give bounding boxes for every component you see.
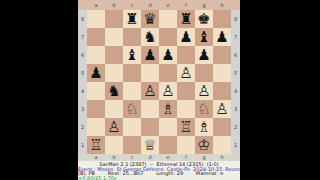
rank-label-6: 6 bbox=[231, 46, 240, 64]
square-f7: ♟ bbox=[177, 28, 195, 46]
piece-white-pawn: ♙ bbox=[105, 118, 123, 136]
square-b5 bbox=[105, 64, 123, 82]
rank-label-8: 8 bbox=[231, 10, 240, 28]
rank-label-1: 1 bbox=[78, 136, 87, 154]
piece-black-pawn: ♟ bbox=[87, 64, 105, 82]
rank-label-5: 5 bbox=[231, 64, 240, 82]
rank-label-4: 4 bbox=[78, 82, 87, 100]
square-b6 bbox=[105, 46, 123, 64]
square-f6 bbox=[177, 46, 195, 64]
rank-label-8: 8 bbox=[78, 10, 87, 28]
rank-label-1: 1 bbox=[231, 136, 240, 154]
square-d6: ♟ bbox=[141, 46, 159, 64]
square-g8: ♚ bbox=[195, 10, 213, 28]
square-f4 bbox=[177, 82, 195, 100]
square-c1 bbox=[123, 136, 141, 154]
file-label-d: d bbox=[141, 0, 159, 10]
rank-labels-left: 87654321 bbox=[78, 10, 87, 154]
square-a7 bbox=[87, 28, 105, 46]
square-g1: ♔ bbox=[195, 136, 213, 154]
square-b3 bbox=[105, 100, 123, 118]
rank-label-2: 2 bbox=[78, 118, 87, 136]
file-label-g: g bbox=[195, 154, 213, 161]
square-e7 bbox=[159, 28, 177, 46]
piece-white-pawn: ♙ bbox=[177, 64, 195, 82]
pillarbox-left bbox=[0, 0, 78, 180]
piece-white-rook: ♖ bbox=[87, 136, 105, 154]
piece-white-rook: ♖ bbox=[177, 118, 195, 136]
file-label-e: e bbox=[159, 0, 177, 10]
square-a2 bbox=[87, 118, 105, 136]
file-label-a: a bbox=[87, 154, 105, 161]
square-f5: ♙ bbox=[177, 64, 195, 82]
piece-white-knight: ♘ bbox=[195, 100, 213, 118]
piece-black-pawn: ♟ bbox=[159, 46, 177, 64]
file-label-c: c bbox=[123, 0, 141, 10]
piece-black-rook: ♜ bbox=[177, 10, 195, 28]
piece-black-pawn: ♟ bbox=[195, 46, 213, 64]
square-a6 bbox=[87, 46, 105, 64]
square-b1 bbox=[105, 136, 123, 154]
square-h3: ♙ bbox=[213, 100, 231, 118]
square-c2 bbox=[123, 118, 141, 136]
rank-label-4: 4 bbox=[231, 82, 240, 100]
square-f8: ♜ bbox=[177, 10, 195, 28]
file-label-e: e bbox=[159, 154, 177, 161]
file-labels-bottom: abcdefgh bbox=[78, 154, 240, 161]
file-labels-top: abcdefgh bbox=[78, 0, 240, 10]
square-d1: ♕ bbox=[141, 136, 159, 154]
eval-line: +0.80/25 1.70s bbox=[78, 176, 240, 180]
piece-white-bishop: ♗ bbox=[195, 118, 213, 136]
square-g4: ♙ bbox=[195, 82, 213, 100]
square-c7 bbox=[123, 28, 141, 46]
square-e2 bbox=[159, 118, 177, 136]
square-b4: ♞ bbox=[105, 82, 123, 100]
square-a8 bbox=[87, 10, 105, 28]
square-c6: ♝ bbox=[123, 46, 141, 64]
file-label-f: f bbox=[177, 0, 195, 10]
piece-white-king: ♔ bbox=[195, 136, 213, 154]
file-label-h: h bbox=[213, 0, 231, 10]
file-label-d: d bbox=[141, 154, 159, 161]
piece-black-queen: ♛ bbox=[141, 10, 159, 28]
square-e3: ♗ bbox=[159, 100, 177, 118]
square-e6: ♟ bbox=[159, 46, 177, 64]
file-label-b: b bbox=[105, 0, 123, 10]
piece-white-bishop: ♗ bbox=[159, 100, 177, 118]
square-c4 bbox=[123, 82, 141, 100]
file-label-b: b bbox=[105, 154, 123, 161]
rank-label-3: 3 bbox=[231, 100, 240, 118]
square-g2: ♗ bbox=[195, 118, 213, 136]
square-c5 bbox=[123, 64, 141, 82]
piece-white-pawn: ♙ bbox=[141, 82, 159, 100]
pillarbox-right bbox=[240, 0, 320, 180]
square-a4 bbox=[87, 82, 105, 100]
piece-black-pawn: ♟ bbox=[177, 28, 195, 46]
chess-gui: abcdefgh 87654321 ♜♛♜♚♞♟♝♟♝♟♟♟♟♙♞♙♙♙♘♗♘♙… bbox=[78, 0, 240, 180]
square-h7: ♟ bbox=[213, 28, 231, 46]
piece-black-pawn: ♟ bbox=[213, 28, 231, 46]
piece-white-pawn: ♙ bbox=[195, 82, 213, 100]
file-label-a: a bbox=[87, 0, 105, 10]
square-e4: ♙ bbox=[159, 82, 177, 100]
piece-white-knight: ♘ bbox=[123, 100, 141, 118]
file-label-c: c bbox=[123, 154, 141, 161]
square-d2 bbox=[141, 118, 159, 136]
rank-label-7: 7 bbox=[78, 28, 87, 46]
square-e1 bbox=[159, 136, 177, 154]
square-a3 bbox=[87, 100, 105, 118]
piece-black-king: ♚ bbox=[195, 10, 213, 28]
square-h1 bbox=[213, 136, 231, 154]
square-c3: ♘ bbox=[123, 100, 141, 118]
piece-black-bishop: ♝ bbox=[123, 46, 141, 64]
square-d3 bbox=[141, 100, 159, 118]
square-d8: ♛ bbox=[141, 10, 159, 28]
square-h8 bbox=[213, 10, 231, 28]
piece-black-knight: ♞ bbox=[105, 82, 123, 100]
square-h5 bbox=[213, 64, 231, 82]
square-h6 bbox=[213, 46, 231, 64]
file-label-h: h bbox=[213, 154, 231, 161]
rank-label-2: 2 bbox=[231, 118, 240, 136]
corner-spacer bbox=[231, 154, 240, 161]
corner-spacer bbox=[78, 154, 87, 161]
square-f2: ♖ bbox=[177, 118, 195, 136]
square-g5 bbox=[195, 64, 213, 82]
piece-white-queen: ♕ bbox=[141, 136, 159, 154]
corner-spacer bbox=[231, 0, 240, 10]
piece-black-rook: ♜ bbox=[123, 10, 141, 28]
rank-label-5: 5 bbox=[78, 64, 87, 82]
rank-label-6: 6 bbox=[78, 46, 87, 64]
square-a5: ♟ bbox=[87, 64, 105, 82]
rank-labels-right: 87654321 bbox=[231, 10, 240, 154]
piece-white-pawn: ♙ bbox=[159, 82, 177, 100]
piece-black-pawn: ♟ bbox=[141, 46, 159, 64]
rank-label-7: 7 bbox=[231, 28, 240, 46]
file-label-g: g bbox=[195, 0, 213, 10]
piece-black-knight: ♞ bbox=[141, 28, 159, 46]
square-e5 bbox=[159, 64, 177, 82]
square-a1: ♖ bbox=[87, 136, 105, 154]
file-label-f: f bbox=[177, 154, 195, 161]
square-d7: ♞ bbox=[141, 28, 159, 46]
chess-board: ♜♛♜♚♞♟♝♟♝♟♟♟♟♙♞♙♙♙♘♗♘♙♙♖♗♖♕♔ bbox=[87, 10, 231, 154]
square-g3: ♘ bbox=[195, 100, 213, 118]
square-c8: ♜ bbox=[123, 10, 141, 28]
piece-white-pawn: ♙ bbox=[213, 100, 231, 118]
caption-area: SacMan 2.1 (2387) -- Ethereal 14 (2315) … bbox=[78, 161, 240, 180]
piece-black-bishop: ♝ bbox=[195, 28, 213, 46]
square-b7 bbox=[105, 28, 123, 46]
square-f3 bbox=[177, 100, 195, 118]
square-h2 bbox=[213, 118, 231, 136]
square-h4 bbox=[213, 82, 231, 100]
board-row: 87654321 ♜♛♜♚♞♟♝♟♝♟♟♟♟♙♞♙♙♙♘♗♘♙♙♖♗♖♕♔ 87… bbox=[78, 10, 240, 154]
square-d5 bbox=[141, 64, 159, 82]
square-e8 bbox=[159, 10, 177, 28]
rank-label-3: 3 bbox=[78, 100, 87, 118]
square-g7: ♝ bbox=[195, 28, 213, 46]
square-b2: ♙ bbox=[105, 118, 123, 136]
corner-spacer bbox=[78, 0, 87, 10]
square-d4: ♙ bbox=[141, 82, 159, 100]
square-g6: ♟ bbox=[195, 46, 213, 64]
square-b8 bbox=[105, 10, 123, 28]
square-f1 bbox=[177, 136, 195, 154]
